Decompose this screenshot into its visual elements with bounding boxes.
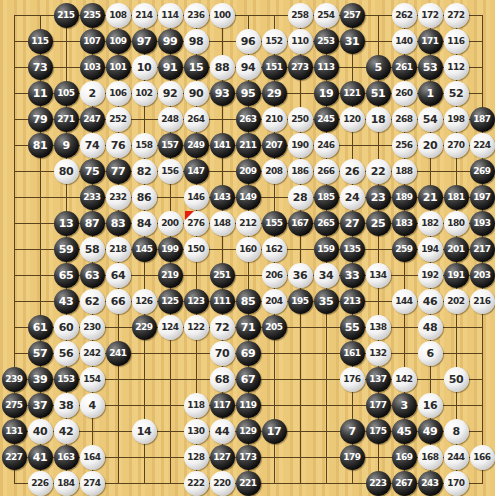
stone-218-white[interactable]: 218	[106, 237, 131, 262]
stone-102-white[interactable]: 102	[132, 81, 157, 106]
stone-131-black[interactable]: 131	[2, 419, 27, 444]
stone-251-black[interactable]: 251	[210, 263, 235, 288]
stone-move-number: 230	[83, 323, 100, 332]
stone-22-white[interactable]: 22	[366, 159, 391, 184]
stone-94-white[interactable]: 94	[236, 55, 261, 80]
stone-247-black[interactable]: 247	[80, 107, 105, 132]
stone-move-number: 177	[369, 401, 386, 410]
stone-55-black[interactable]: 55	[340, 315, 365, 340]
stone-161-black[interactable]: 161	[340, 341, 365, 366]
stone-move-number: 222	[187, 479, 204, 488]
stone-185-black[interactable]: 185	[314, 185, 339, 210]
stone-14-white[interactable]: 14	[132, 419, 157, 444]
stone-move-number: 11	[33, 88, 47, 99]
stone-move-number: 121	[343, 89, 360, 98]
go-board[interactable]: 2152351082141142361002582542572621722721…	[0, 0, 495, 496]
stone-move-number: 24	[345, 192, 359, 203]
stone-158-white[interactable]: 158	[132, 133, 157, 158]
stone-205-black[interactable]: 205	[262, 315, 287, 340]
stone-21-black[interactable]: 21	[418, 185, 443, 210]
stone-211-black[interactable]: 211	[236, 133, 261, 158]
stone-117-black[interactable]: 117	[210, 393, 235, 418]
stone-182-white[interactable]: 182	[418, 211, 443, 236]
stone-move-number: 154	[83, 375, 100, 384]
stone-25-black[interactable]: 25	[366, 211, 391, 236]
stone-221-black[interactable]: 221	[236, 471, 261, 496]
stone-move-number: 128	[187, 453, 204, 462]
stone-move-number: 227	[5, 453, 22, 462]
stone-130-white[interactable]: 130	[184, 419, 209, 444]
stone-167-black[interactable]: 167	[288, 211, 313, 236]
stone-move-number: 46	[423, 296, 437, 307]
stone-194-white[interactable]: 194	[418, 237, 443, 262]
stone-138-white[interactable]: 138	[366, 315, 391, 340]
stone-move-number: 216	[473, 297, 490, 306]
stone-245-black[interactable]: 245	[314, 107, 339, 132]
stone-202-white[interactable]: 202	[444, 289, 469, 314]
stone-261-black[interactable]: 261	[392, 55, 417, 80]
stone-150-white[interactable]: 150	[184, 237, 209, 262]
stone-209-black[interactable]: 209	[236, 159, 261, 184]
stone-114-white[interactable]: 114	[158, 3, 183, 28]
stone-125-black[interactable]: 125	[158, 289, 183, 314]
stone-76-white[interactable]: 76	[106, 133, 131, 158]
stone-53-black[interactable]: 53	[418, 55, 443, 80]
stone-270-white[interactable]: 270	[444, 133, 469, 158]
stone-move-number: 3	[400, 400, 407, 411]
stone-move-number: 61	[33, 322, 47, 333]
stone-8-white[interactable]: 8	[444, 419, 469, 444]
stone-41-black[interactable]: 41	[28, 445, 53, 470]
stone-31-black[interactable]: 31	[340, 29, 365, 54]
stone-move-number: 184	[57, 479, 74, 488]
stone-183-black[interactable]: 183	[392, 211, 417, 236]
stone-move-number: 106	[109, 89, 126, 98]
stone-135-black[interactable]: 135	[340, 237, 365, 262]
stone-50-white[interactable]: 50	[444, 367, 469, 392]
stone-27-black[interactable]: 27	[340, 211, 365, 236]
stone-181-black[interactable]: 181	[444, 185, 469, 210]
stone-144-white[interactable]: 144	[392, 289, 417, 314]
stone-193-black[interactable]: 193	[470, 211, 495, 236]
stone-100-white[interactable]: 100	[210, 3, 235, 28]
stone-129-black[interactable]: 129	[236, 419, 261, 444]
stone-move-number: 117	[213, 401, 230, 410]
stone-67-black[interactable]: 67	[236, 367, 261, 392]
stone-101-black[interactable]: 101	[106, 55, 131, 80]
stone-72-white[interactable]: 72	[210, 315, 235, 340]
stone-156-white[interactable]: 156	[158, 159, 183, 184]
stone-250-white[interactable]: 250	[288, 107, 313, 132]
stone-91-black[interactable]: 91	[158, 55, 183, 80]
stone-179-black[interactable]: 179	[340, 445, 365, 470]
stone-75-black[interactable]: 75	[80, 159, 105, 184]
stone-145-black[interactable]: 145	[132, 237, 157, 262]
stone-243-black[interactable]: 243	[418, 471, 443, 496]
stone-80-white[interactable]: 80	[54, 159, 79, 184]
stone-move-number: 245	[317, 115, 334, 124]
stone-157-black[interactable]: 157	[158, 133, 183, 158]
stone-241-black[interactable]: 241	[106, 341, 131, 366]
stone-move-number: 181	[447, 193, 464, 202]
stone-move-number: 81	[33, 140, 47, 151]
stone-141-black[interactable]: 141	[210, 133, 235, 158]
stone-232-white[interactable]: 232	[106, 185, 131, 210]
stone-57-black[interactable]: 57	[28, 341, 53, 366]
stone-246-white[interactable]: 246	[314, 133, 339, 158]
stone-233-black[interactable]: 233	[80, 185, 105, 210]
stone-121-black[interactable]: 121	[340, 81, 365, 106]
stone-38-white[interactable]: 38	[54, 393, 79, 418]
stone-265-black[interactable]: 265	[314, 211, 339, 236]
stone-move-number: 112	[447, 63, 464, 72]
stone-34-white[interactable]: 34	[314, 263, 339, 288]
stone-148-white[interactable]: 148	[210, 211, 235, 236]
stone-199-black[interactable]: 199	[158, 237, 183, 262]
stone-224-white[interactable]: 224	[470, 133, 495, 158]
stone-88-white[interactable]: 88	[210, 55, 235, 80]
stone-204-white[interactable]: 204	[262, 289, 287, 314]
stone-189-black[interactable]: 189	[392, 185, 417, 210]
stone-122-white[interactable]: 122	[184, 315, 209, 340]
stone-192-white[interactable]: 192	[418, 263, 443, 288]
stone-155-black[interactable]: 155	[262, 211, 287, 236]
stone-266-white[interactable]: 266	[314, 159, 339, 184]
stone-93-black[interactable]: 93	[210, 81, 235, 106]
stone-214-white[interactable]: 214	[132, 3, 157, 28]
stone-120-white[interactable]: 120	[340, 107, 365, 132]
stone-84-white[interactable]: 84	[132, 211, 157, 236]
stone-257-black[interactable]: 257	[340, 3, 365, 28]
stone-142-white[interactable]: 142	[392, 367, 417, 392]
stone-271-black[interactable]: 271	[54, 107, 79, 132]
stone-170-white[interactable]: 170	[444, 471, 469, 496]
stone-54-white[interactable]: 54	[418, 107, 443, 132]
stone-40-white[interactable]: 40	[28, 419, 53, 444]
stone-269-black[interactable]: 269	[470, 159, 495, 184]
stone-61-black[interactable]: 61	[28, 315, 53, 340]
stone-98-white[interactable]: 98	[184, 29, 209, 54]
stone-97-black[interactable]: 97	[132, 29, 157, 54]
stone-82-white[interactable]: 82	[132, 159, 157, 184]
stone-17-black[interactable]: 17	[262, 419, 287, 444]
stone-152-white[interactable]: 152	[262, 29, 287, 54]
stone-176-white[interactable]: 176	[340, 367, 365, 392]
stone-43-black[interactable]: 43	[54, 289, 79, 314]
stone-213-black[interactable]: 213	[340, 289, 365, 314]
stone-108-white[interactable]: 108	[106, 3, 131, 28]
stone-154-white[interactable]: 154	[80, 367, 105, 392]
stone-9-black[interactable]: 9	[54, 133, 79, 158]
stone-move-number: 14	[137, 426, 151, 437]
stone-move-number: 110	[291, 37, 308, 46]
stone-219-black[interactable]: 219	[158, 263, 183, 288]
stone-move-number: 68	[215, 374, 229, 385]
stone-48-white[interactable]: 48	[418, 315, 443, 340]
stone-65-black[interactable]: 65	[54, 263, 79, 288]
stone-206-white[interactable]: 206	[262, 263, 287, 288]
stone-move-number: 195	[291, 297, 308, 306]
stone-19-black[interactable]: 19	[314, 81, 339, 106]
stone-168-white[interactable]: 168	[418, 445, 443, 470]
stone-172-white[interactable]: 172	[418, 3, 443, 28]
stone-175-black[interactable]: 175	[366, 419, 391, 444]
stone-move-number: 92	[163, 88, 177, 99]
stone-186-white[interactable]: 186	[288, 159, 313, 184]
stone-60-white[interactable]: 60	[54, 315, 79, 340]
stone-244-white[interactable]: 244	[444, 445, 469, 470]
stone-197-black[interactable]: 197	[470, 185, 495, 210]
stone-203-black[interactable]: 203	[470, 263, 495, 288]
stone-163-black[interactable]: 163	[54, 445, 79, 470]
stone-99-black[interactable]: 99	[158, 29, 183, 54]
stone-74-white[interactable]: 74	[80, 133, 105, 158]
stone-254-white[interactable]: 254	[314, 3, 339, 28]
stone-236-white[interactable]: 236	[184, 3, 209, 28]
stone-39-black[interactable]: 39	[28, 367, 53, 392]
stone-242-white[interactable]: 242	[80, 341, 105, 366]
stone-123-black[interactable]: 123	[184, 289, 209, 314]
stone-10-white[interactable]: 10	[132, 55, 157, 80]
stone-227-black[interactable]: 227	[2, 445, 27, 470]
stone-52-white[interactable]: 52	[444, 81, 469, 106]
stone-move-number: 214	[135, 11, 152, 20]
stone-92-white[interactable]: 92	[158, 81, 183, 106]
stone-273-black[interactable]: 273	[288, 55, 313, 80]
stone-106-white[interactable]: 106	[106, 81, 131, 106]
stone-184-white[interactable]: 184	[54, 471, 79, 496]
stone-126-white[interactable]: 126	[132, 289, 157, 314]
stone-63-black[interactable]: 63	[80, 263, 105, 288]
stone-216-white[interactable]: 216	[470, 289, 495, 314]
stone-116-white[interactable]: 116	[444, 29, 469, 54]
stone-249-black[interactable]: 249	[184, 133, 209, 158]
stone-13-black[interactable]: 13	[54, 211, 79, 236]
stone-119-black[interactable]: 119	[236, 393, 261, 418]
stone-15-black[interactable]: 15	[184, 55, 209, 80]
stone-253-black[interactable]: 253	[314, 29, 339, 54]
stone-220-white[interactable]: 220	[210, 471, 235, 496]
stone-275-black[interactable]: 275	[2, 393, 27, 418]
stone-164-white[interactable]: 164	[80, 445, 105, 470]
stone-113-black[interactable]: 113	[314, 55, 339, 80]
stone-move-number: 244	[447, 453, 464, 462]
stone-3-black[interactable]: 3	[392, 393, 417, 418]
stone-20-white[interactable]: 20	[418, 133, 443, 158]
stone-4-white[interactable]: 4	[80, 393, 105, 418]
stone-160-white[interactable]: 160	[236, 237, 261, 262]
stone-move-number: 41	[33, 452, 47, 463]
stone-180-white[interactable]: 180	[444, 211, 469, 236]
stone-132-white[interactable]: 132	[366, 341, 391, 366]
stone-274-white[interactable]: 274	[80, 471, 105, 496]
stone-115-black[interactable]: 115	[28, 29, 53, 54]
stone-252-white[interactable]: 252	[106, 107, 131, 132]
stone-124-white[interactable]: 124	[158, 315, 183, 340]
stone-90-white[interactable]: 90	[184, 81, 209, 106]
stone-move-number: 59	[59, 244, 73, 255]
stone-272-white[interactable]: 272	[444, 3, 469, 28]
stone-137-black[interactable]: 137	[366, 367, 391, 392]
stone-33-black[interactable]: 33	[340, 263, 365, 288]
stone-151-black[interactable]: 151	[262, 55, 287, 80]
stone-226-white[interactable]: 226	[28, 471, 53, 496]
stone-move-number: 199	[161, 245, 178, 254]
stone-210-white[interactable]: 210	[262, 107, 287, 132]
stone-147-black[interactable]: 147	[184, 159, 209, 184]
stone-move-number: 220	[213, 479, 230, 488]
stone-move-number: 75	[85, 166, 99, 177]
stone-move-number: 223	[369, 479, 386, 488]
stone-105-black[interactable]: 105	[54, 81, 79, 106]
stone-110-white[interactable]: 110	[288, 29, 313, 54]
stone-move-number: 212	[239, 219, 256, 228]
stone-42-white[interactable]: 42	[54, 419, 79, 444]
stone-258-white[interactable]: 258	[288, 3, 313, 28]
stone-move-number: 259	[395, 245, 412, 254]
stone-146-white[interactable]: 146	[184, 185, 209, 210]
stone-77-black[interactable]: 77	[106, 159, 131, 184]
stone-move-number: 125	[161, 297, 178, 306]
stone-79-black[interactable]: 79	[28, 107, 53, 132]
stone-208-white[interactable]: 208	[262, 159, 287, 184]
stone-195-black[interactable]: 195	[288, 289, 313, 314]
stone-6-white[interactable]: 6	[418, 341, 443, 366]
stone-128-white[interactable]: 128	[184, 445, 209, 470]
stone-112-white[interactable]: 112	[444, 55, 469, 80]
stone-159-black[interactable]: 159	[314, 237, 339, 262]
stone-143-black[interactable]: 143	[210, 185, 235, 210]
stone-44-white[interactable]: 44	[210, 419, 235, 444]
stone-11-black[interactable]: 11	[28, 81, 53, 106]
stone-move-number: 16	[423, 400, 437, 411]
stone-207-black[interactable]: 207	[262, 133, 287, 158]
stone-29-black[interactable]: 29	[262, 81, 287, 106]
stone-162-white[interactable]: 162	[262, 237, 287, 262]
stone-81-black[interactable]: 81	[28, 133, 53, 158]
stone-58-white[interactable]: 58	[80, 237, 105, 262]
stone-262-white[interactable]: 262	[392, 3, 417, 28]
stone-49-black[interactable]: 49	[418, 419, 443, 444]
stone-109-black[interactable]: 109	[106, 29, 131, 54]
stone-7-black[interactable]: 7	[340, 419, 365, 444]
stone-18-white[interactable]: 18	[366, 107, 391, 132]
stone-229-black[interactable]: 229	[132, 315, 157, 340]
stone-35-black[interactable]: 35	[314, 289, 339, 314]
stone-230-white[interactable]: 230	[80, 315, 105, 340]
stone-239-black[interactable]: 239	[2, 367, 27, 392]
stone-268-white[interactable]: 268	[392, 107, 417, 132]
stone-23-black[interactable]: 23	[366, 185, 391, 210]
stone-move-number: 119	[239, 401, 256, 410]
stone-59-black[interactable]: 59	[54, 237, 79, 262]
stone-5-black[interactable]: 5	[366, 55, 391, 80]
stone-move-number: 45	[397, 426, 411, 437]
stone-256-white[interactable]: 256	[392, 133, 417, 158]
stone-95-black[interactable]: 95	[236, 81, 261, 106]
stone-28-white[interactable]: 28	[288, 185, 313, 210]
stone-153-black[interactable]: 153	[54, 367, 79, 392]
stone-2-white[interactable]: 2	[80, 81, 105, 106]
stone-191-black[interactable]: 191	[444, 263, 469, 288]
stone-move-number: 4	[88, 400, 95, 411]
stone-222-white[interactable]: 222	[184, 471, 209, 496]
stone-111-black[interactable]: 111	[210, 289, 235, 314]
stone-69-black[interactable]: 69	[236, 341, 261, 366]
stone-move-number: 147	[187, 167, 204, 176]
stone-move-number: 152	[265, 37, 282, 46]
stone-16-white[interactable]: 16	[418, 393, 443, 418]
stone-235-black[interactable]: 235	[80, 3, 105, 28]
stone-169-black[interactable]: 169	[392, 445, 417, 470]
stone-200-white[interactable]: 200	[158, 211, 183, 236]
stone-259-black[interactable]: 259	[392, 237, 417, 262]
stone-140-white[interactable]: 140	[392, 29, 417, 54]
stone-190-white[interactable]: 190	[288, 133, 313, 158]
stone-37-black[interactable]: 37	[28, 393, 53, 418]
stone-62-white[interactable]: 62	[80, 289, 105, 314]
stone-217-black[interactable]: 217	[470, 237, 495, 262]
stone-173-black[interactable]: 173	[236, 445, 261, 470]
stone-83-black[interactable]: 83	[106, 211, 131, 236]
stone-149-black[interactable]: 149	[236, 185, 261, 210]
stone-36-white[interactable]: 36	[288, 263, 313, 288]
stone-1-black[interactable]: 1	[418, 81, 443, 106]
stone-70-white[interactable]: 70	[210, 341, 235, 366]
stone-66-white[interactable]: 66	[106, 289, 131, 314]
stone-73-black[interactable]: 73	[28, 55, 53, 80]
stone-85-black[interactable]: 85	[236, 289, 261, 314]
stone-201-black[interactable]: 201	[444, 237, 469, 262]
stone-212-white[interactable]: 212	[236, 211, 261, 236]
stone-26-white[interactable]: 26	[340, 159, 365, 184]
stone-187-black[interactable]: 187	[470, 107, 495, 132]
stone-127-black[interactable]: 127	[210, 445, 235, 470]
stone-move-number: 5	[374, 62, 381, 73]
stone-64-white[interactable]: 64	[106, 263, 131, 288]
stone-118-white[interactable]: 118	[184, 393, 209, 418]
stone-68-white[interactable]: 68	[210, 367, 235, 392]
stone-276-white[interactable]: 276	[184, 211, 209, 236]
stone-96-white[interactable]: 96	[236, 29, 261, 54]
stone-86-white[interactable]: 86	[132, 185, 157, 210]
stone-46-white[interactable]: 46	[418, 289, 443, 314]
stone-move-number: 226	[31, 479, 48, 488]
stone-107-black[interactable]: 107	[80, 29, 105, 54]
stone-215-black[interactable]: 215	[54, 3, 79, 28]
stone-24-white[interactable]: 24	[340, 185, 365, 210]
stone-103-black[interactable]: 103	[80, 55, 105, 80]
stone-267-black[interactable]: 267	[392, 471, 417, 496]
stone-198-white[interactable]: 198	[444, 107, 469, 132]
stone-260-white[interactable]: 260	[392, 81, 417, 106]
stone-move-number: 168	[421, 453, 438, 462]
stone-45-black[interactable]: 45	[392, 419, 417, 444]
stone-177-black[interactable]: 177	[366, 393, 391, 418]
stone-56-white[interactable]: 56	[54, 341, 79, 366]
stone-71-black[interactable]: 71	[236, 315, 261, 340]
stone-134-white[interactable]: 134	[366, 263, 391, 288]
stone-223-black[interactable]: 223	[366, 471, 391, 496]
stone-51-black[interactable]: 51	[366, 81, 391, 106]
stone-188-white[interactable]: 188	[392, 159, 417, 184]
stone-264-white[interactable]: 264	[184, 107, 209, 132]
stone-166-white[interactable]: 166	[470, 445, 495, 470]
stone-248-white[interactable]: 248	[158, 107, 183, 132]
stone-263-black[interactable]: 263	[236, 107, 261, 132]
stone-171-black[interactable]: 171	[418, 29, 443, 54]
stone-87-black[interactable]: 87	[80, 211, 105, 236]
